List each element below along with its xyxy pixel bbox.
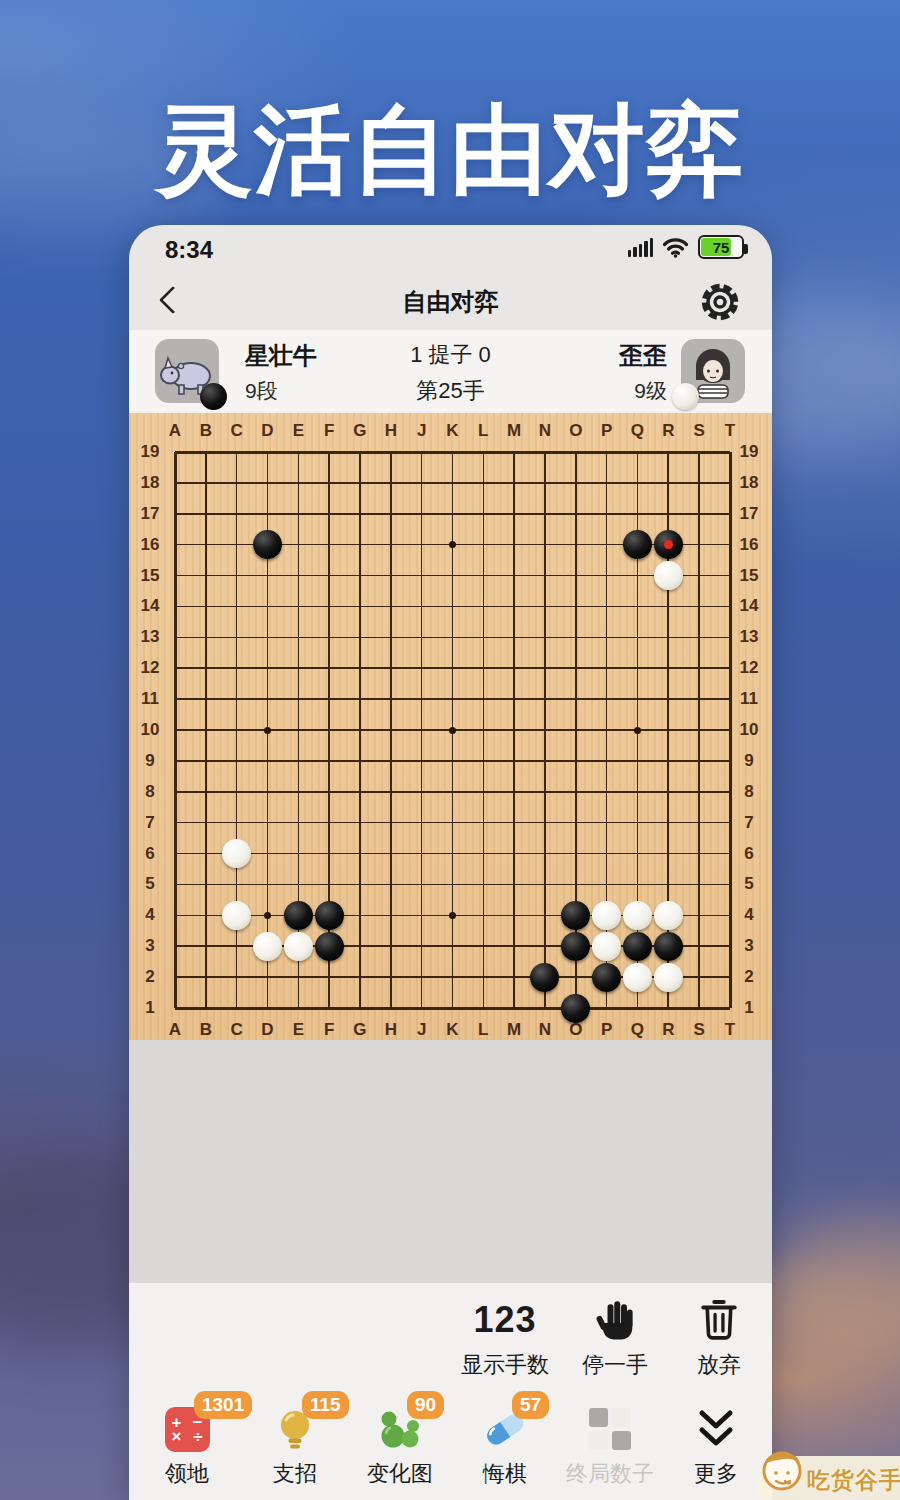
signal-strength-icon [628,238,654,257]
board-coord-letter: B [200,421,212,441]
go-stone-black-E4 [284,901,313,930]
hand-icon [591,1296,639,1344]
phone-mockup: 8:34 75 自由对弈 [129,225,772,1500]
board-coord-number: 11 [740,689,758,709]
board-coord-number: 4 [145,905,154,925]
board-coord-letter: P [601,1020,612,1040]
go-stone-white-E3 [284,932,313,961]
board-coord-number: 18 [740,473,759,493]
go-stone-black-O1 [561,994,590,1023]
boy-face-logo-icon [757,1441,809,1497]
go-stone-white-Q2 [623,963,652,992]
board-coord-letter: O [569,1020,582,1040]
board-coord-number: 5 [744,874,753,894]
board-coord-letter: M [507,421,521,441]
grid-line [698,452,700,1008]
board-coord-number: 7 [744,813,753,833]
watermark-text: 吃货谷手游 [807,1465,900,1496]
board-coord-number: 13 [141,627,160,647]
watermark-badge: 吃货谷手游 [757,1456,900,1500]
board-coord-letter: E [293,1020,304,1040]
board-coord-letter: B [200,1020,212,1040]
board-coord-number: 17 [141,504,160,524]
board-coord-letter: K [446,421,458,441]
board-coord-number: 17 [740,504,759,524]
content-spacer [129,1040,772,1283]
board-coord-letter: T [725,1020,735,1040]
go-stone-black-F3 [315,932,344,961]
go-stone-black-Q16 [623,530,652,559]
nav-bar: 自由对弈 [129,273,772,330]
go-stone-white-P4 [592,901,621,930]
territory-button[interactable]: + − × ÷ 1301 领地 [129,1403,245,1489]
wifi-icon [662,237,689,258]
board-coord-letter: G [353,421,366,441]
page-title: 自由对弈 [129,286,772,318]
status-bar: 8:34 75 [129,225,772,273]
go-stone-white-P3 [592,932,621,961]
board-coord-letter: S [693,421,704,441]
board-coord-letter: H [385,421,397,441]
go-stone-black-R3 [654,932,683,961]
grid-line [175,884,730,886]
battery-icon: 75 [698,235,744,259]
go-stone-white-R2 [654,963,683,992]
undo-badge: 57 [512,1391,549,1419]
board-coord-number: 2 [744,967,753,987]
board-coord-letter: O [569,421,582,441]
go-stone-black-F4 [315,901,344,930]
star-point [264,912,271,919]
white-stone-indicator [672,383,699,410]
board-coord-letter: E [293,421,304,441]
count-squares-icon [588,1407,632,1451]
resign-button[interactable]: 放弃 [660,1295,772,1380]
board-coord-letter: H [385,1020,397,1040]
capture-count: 1 提子 0 [129,340,772,370]
board-coord-letter: G [353,1020,366,1040]
board-coord-letter: R [662,421,674,441]
board-coord-number: 1 [744,998,753,1018]
go-stone-white-C6 [222,839,251,868]
board-coord-letter: L [478,1020,488,1040]
battery-percent: 75 [713,239,730,256]
go-stone-black-O4 [561,901,590,930]
grid-line [175,853,730,855]
pass-button[interactable]: 停一手 [556,1295,674,1380]
grid-line [175,791,730,793]
board-coord-letter: D [261,421,273,441]
board-coord-letter: N [539,1020,551,1040]
board-coord-number: 15 [141,566,160,586]
go-stone-white-R15 [654,561,683,590]
board-coord-letter: T [725,421,735,441]
go-board[interactable]: AABBCCDDEEFFGGHHJJKKLLMMNNOOPPQQRRSSTT19… [129,413,772,1040]
board-coord-number: 12 [740,658,759,678]
hint-button[interactable]: 115 支招 [237,1403,353,1489]
board-coord-letter: Q [631,421,644,441]
go-stone-white-Q4 [623,901,652,930]
board-coord-number: 14 [740,596,759,616]
board-coord-letter: M [507,1020,521,1040]
trash-icon [697,1297,741,1343]
board-coord-letter: A [169,421,181,441]
show-move-numbers-button[interactable]: 123 显示手数 [446,1295,564,1380]
grid-line [513,452,515,1008]
board-coord-number: 6 [145,844,154,864]
board-coord-number: 9 [744,751,753,771]
board-coord-number: 13 [740,627,759,647]
settings-gear-icon[interactable] [698,280,742,324]
board-coord-letter: R [662,1020,674,1040]
board-coord-number: 8 [744,782,753,802]
board-coord-number: 3 [145,936,154,956]
board-coord-number: 12 [141,658,160,678]
screenshot-root: 灵活自由对弈 8:34 75 [0,0,900,1500]
go-stone-white-C4 [222,901,251,930]
board-coord-number: 19 [740,442,759,462]
sunset-cloud-decoration [760,1220,900,1360]
board-coord-letter: F [324,421,334,441]
double-chevron-down-icon [693,1406,739,1452]
board-coord-number: 4 [744,905,753,925]
final-count-button-disabled: 终局数子 [552,1403,668,1489]
grid-line [175,822,730,824]
bottom-toolbar: 123 显示手数 停一手 [129,1283,772,1500]
star-point [264,727,271,734]
go-stone-white-R4 [654,901,683,930]
star-point [449,912,456,919]
board-coord-letter: K [446,1020,458,1040]
grid-line [729,452,732,1008]
star-point [449,541,456,548]
more-button[interactable]: 更多 [658,1403,772,1489]
grid-line [175,760,730,762]
last-move-marker [664,540,673,549]
board-coord-number: 8 [145,782,154,802]
board-coord-number: 3 [744,936,753,956]
numbers-123-icon: 123 [446,1295,564,1345]
board-coord-letter: Q [631,1020,644,1040]
board-coord-number: 16 [141,535,160,555]
board-coord-number: 19 [141,442,160,462]
hero-title: 灵活自由对弈 [0,86,900,217]
board-coord-number: 14 [141,596,160,616]
board-coord-letter: A [169,1020,181,1040]
board-coord-number: 6 [744,844,753,864]
variation-badge: 90 [407,1391,444,1419]
board-coord-number: 9 [145,751,154,771]
undo-button[interactable]: 57 悔棋 [447,1403,563,1489]
board-coord-number: 5 [145,874,154,894]
board-coord-letter: P [601,421,612,441]
board-coord-number: 2 [145,967,154,987]
board-coord-letter: L [478,421,488,441]
white-player-rank: 9级 [611,377,667,405]
board-coord-letter: C [231,421,243,441]
board-coord-letter: J [417,1020,426,1040]
grid-line [483,452,485,1008]
grid-line [175,1007,730,1010]
grid-line [544,452,546,1008]
go-stone-black-Q3 [623,932,652,961]
board-coord-letter: S [693,1020,704,1040]
board-coord-letter: N [539,421,551,441]
player-panel: 星壮牛 9段 1 提子 0 第25手 歪歪 9级 [129,330,772,413]
board-coord-number: 15 [740,566,759,586]
board-coord-number: 11 [141,689,159,709]
board-coord-number: 10 [740,720,759,740]
star-point [634,727,641,734]
go-stone-black-N2 [530,963,559,992]
white-player-name: 歪歪 [611,340,667,372]
go-stone-black-P2 [592,963,621,992]
go-stone-black-R16 [654,530,683,559]
board-coord-letter: J [417,421,426,441]
go-stone-white-D3 [253,932,282,961]
clock-time: 8:34 [165,236,213,264]
go-stone-black-D16 [253,530,282,559]
board-coord-letter: F [324,1020,334,1040]
board-coord-letter: C [231,1020,243,1040]
board-coord-number: 1 [145,998,154,1018]
variation-diagram-button[interactable]: 90 变化图 [342,1403,458,1489]
star-point [449,727,456,734]
board-coord-number: 18 [141,473,160,493]
board-coord-letter: D [261,1020,273,1040]
go-stone-black-O3 [561,932,590,961]
board-coord-number: 16 [740,535,759,555]
board-coord-number: 10 [141,720,160,740]
board-coord-number: 7 [145,813,154,833]
white-player-avatar[interactable] [681,339,745,403]
